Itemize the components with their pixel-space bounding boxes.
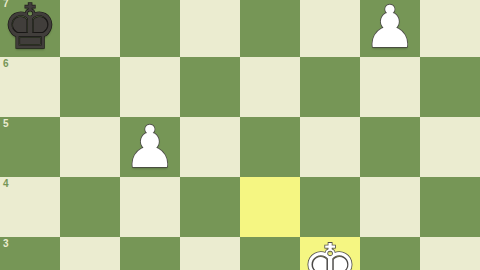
square-d7[interactable] — [180, 0, 240, 57]
square-c6[interactable] — [120, 57, 180, 117]
square-b3[interactable] — [60, 237, 120, 270]
square-e3[interactable] — [240, 237, 300, 270]
square-c5[interactable]: ♟ — [120, 117, 180, 177]
square-d4[interactable] — [180, 177, 240, 237]
square-g5[interactable] — [360, 117, 420, 177]
square-g6[interactable] — [360, 57, 420, 117]
white-pawn-c5[interactable]: ♟ — [124, 118, 176, 176]
square-g3[interactable] — [360, 237, 420, 270]
square-b4[interactable] — [60, 177, 120, 237]
square-b6[interactable] — [60, 57, 120, 117]
square-a4[interactable]: 4 — [0, 177, 60, 237]
square-h6[interactable] — [420, 57, 480, 117]
square-g4[interactable] — [360, 177, 420, 237]
square-c4[interactable] — [120, 177, 180, 237]
chessboard: 7♚♟65♟43♚ — [0, 0, 480, 270]
black-king-a7[interactable]: ♚ — [2, 0, 58, 58]
square-f5[interactable] — [300, 117, 360, 177]
square-d3[interactable] — [180, 237, 240, 270]
chessboard-viewport: 7♚♟65♟43♚ — [0, 0, 480, 270]
square-d5[interactable] — [180, 117, 240, 177]
square-h5[interactable] — [420, 117, 480, 177]
rank-label-6: 6 — [3, 58, 9, 69]
white-pawn-g7[interactable]: ♟ — [364, 0, 416, 56]
square-c7[interactable] — [120, 0, 180, 57]
square-a3[interactable]: 3 — [0, 237, 60, 270]
square-e5[interactable] — [240, 117, 300, 177]
square-f6[interactable] — [300, 57, 360, 117]
square-e7[interactable] — [240, 0, 300, 57]
white-king-f3[interactable]: ♚ — [302, 236, 358, 270]
square-h3[interactable] — [420, 237, 480, 270]
rank-label-3: 3 — [3, 238, 9, 249]
square-b7[interactable] — [60, 0, 120, 57]
square-d6[interactable] — [180, 57, 240, 117]
square-g7[interactable]: ♟ — [360, 0, 420, 57]
square-e4[interactable] — [240, 177, 300, 237]
square-a5[interactable]: 5 — [0, 117, 60, 177]
rank-label-4: 4 — [3, 178, 9, 189]
rank-label-5: 5 — [3, 118, 9, 129]
square-h4[interactable] — [420, 177, 480, 237]
square-f7[interactable] — [300, 0, 360, 57]
square-f4[interactable] — [300, 177, 360, 237]
square-b5[interactable] — [60, 117, 120, 177]
square-e6[interactable] — [240, 57, 300, 117]
square-f3[interactable]: ♚ — [300, 237, 360, 270]
square-h7[interactable] — [420, 0, 480, 57]
square-c3[interactable] — [120, 237, 180, 270]
rank-label-7: 7 — [3, 0, 9, 9]
square-a6[interactable]: 6 — [0, 57, 60, 117]
square-a7[interactable]: 7♚ — [0, 0, 60, 57]
